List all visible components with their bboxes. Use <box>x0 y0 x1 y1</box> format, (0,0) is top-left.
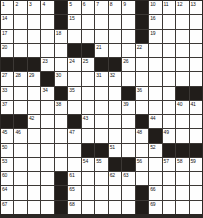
clue-number-43: 43 <box>83 115 88 121</box>
clue-number-63: 63 <box>123 172 128 178</box>
black-cell-r7c5 <box>55 87 67 100</box>
black-cell-r5c8 <box>95 58 107 71</box>
cell-r4c13[interactable] <box>163 44 175 57</box>
clue-number-48: 48 <box>137 129 142 135</box>
clue-number-18: 18 <box>56 30 61 36</box>
cell-r10c1[interactable]: 45 <box>1 129 13 142</box>
clue-number-50: 50 <box>2 144 7 150</box>
cell-r6c11[interactable] <box>136 72 148 85</box>
clue-number-19: 19 <box>150 30 155 36</box>
black-cell-r1c11 <box>136 1 148 14</box>
black-cell-r7c15 <box>190 87 202 100</box>
cell-r10c6[interactable]: 47 <box>68 129 80 142</box>
cell-r5c12[interactable] <box>149 58 161 71</box>
crossword-grid: 1234567891011121314151617181920212223242… <box>0 0 203 218</box>
cell-r12c1[interactable]: 53 <box>1 158 13 171</box>
clue-number-8: 8 <box>110 1 113 7</box>
cell-r12c14[interactable]: 58 <box>176 158 188 171</box>
cell-r4c11[interactable]: 22 <box>136 44 148 57</box>
cell-r8c10[interactable]: 39 <box>122 101 134 114</box>
cell-r2c8[interactable] <box>95 15 107 28</box>
cell-r3c10[interactable] <box>122 30 134 43</box>
black-cell-r9c2 <box>14 115 26 128</box>
cell-r2c1[interactable]: 14 <box>1 15 13 28</box>
cell-r2c10[interactable] <box>122 15 134 28</box>
cell-r8c1[interactable]: 37 <box>1 101 13 114</box>
cell-r4c5[interactable] <box>55 44 67 57</box>
cell-r14c15[interactable] <box>190 186 202 199</box>
cell-r5c15[interactable] <box>190 58 202 71</box>
cell-r6c5[interactable]: 30 <box>55 72 67 85</box>
clue-number-65: 65 <box>69 186 74 192</box>
cell-r12c7[interactable]: 54 <box>82 158 94 171</box>
black-cell-r15c5 <box>55 201 67 214</box>
cell-r5c13[interactable] <box>163 58 175 71</box>
clue-number-25: 25 <box>83 58 88 64</box>
cell-r11c10[interactable] <box>122 144 134 157</box>
clue-number-29: 29 <box>29 72 34 78</box>
black-cell-r5c3 <box>28 58 40 71</box>
clue-number-57: 57 <box>164 158 169 164</box>
cell-r13c11[interactable] <box>136 172 148 185</box>
cell-r10c13[interactable]: 49 <box>163 129 175 142</box>
black-cell-r12c9 <box>109 158 121 171</box>
cell-r9c9[interactable] <box>109 115 121 128</box>
black-cell-r5c1 <box>1 58 13 71</box>
cell-r1c2[interactable]: 2 <box>14 1 26 14</box>
clue-number-69: 69 <box>150 201 155 207</box>
cell-r13c10[interactable]: 63 <box>122 172 134 185</box>
cell-r9c10[interactable] <box>122 115 134 128</box>
cell-r15c6[interactable]: 68 <box>68 201 80 214</box>
cell-r7c6[interactable]: 35 <box>68 87 80 100</box>
cell-r4c1[interactable]: 20 <box>1 44 13 57</box>
clue-number-21: 21 <box>96 44 101 50</box>
clue-number-36: 36 <box>137 87 142 93</box>
black-cell-r12c10 <box>122 158 134 171</box>
clue-number-61: 61 <box>69 172 74 178</box>
cell-r13c4[interactable] <box>41 172 53 185</box>
clue-number-27: 27 <box>2 72 7 78</box>
cell-r14c6[interactable]: 65 <box>68 186 80 199</box>
clue-number-68: 68 <box>69 201 74 207</box>
cell-r14c3[interactable] <box>28 186 40 199</box>
black-cell-r5c9 <box>109 58 121 71</box>
clue-number-35: 35 <box>69 87 74 93</box>
cell-r11c4[interactable] <box>41 144 53 157</box>
cell-r13c13[interactable] <box>163 172 175 185</box>
cell-r1c10[interactable]: 9 <box>122 1 134 14</box>
cell-r8c12[interactable] <box>149 101 161 114</box>
clue-number-16: 16 <box>150 15 155 21</box>
clue-number-33: 33 <box>2 87 7 93</box>
cell-r3c4[interactable] <box>41 30 53 43</box>
cell-r14c12[interactable]: 66 <box>149 186 161 199</box>
clue-number-56: 56 <box>137 158 142 164</box>
cell-r14c13[interactable] <box>163 186 175 199</box>
clue-number-47: 47 <box>69 129 74 135</box>
cell-r15c15[interactable] <box>190 201 202 214</box>
clue-number-15: 15 <box>69 15 74 21</box>
cell-r13c3[interactable] <box>28 172 40 185</box>
clue-number-1: 1 <box>2 1 5 7</box>
cell-r6c1[interactable]: 27 <box>1 72 13 85</box>
black-cell-r14c11 <box>136 186 148 199</box>
black-cell-r11c14 <box>176 144 188 157</box>
cell-r3c7[interactable] <box>82 30 94 43</box>
cell-r3c1[interactable]: 17 <box>1 30 13 43</box>
cell-r2c7[interactable] <box>82 15 94 28</box>
cell-r13c6[interactable]: 61 <box>68 172 80 185</box>
clue-number-60: 60 <box>2 172 7 178</box>
cell-r8c6[interactable] <box>68 101 80 114</box>
clue-number-12: 12 <box>177 1 182 7</box>
cell-r6c6[interactable] <box>68 72 80 85</box>
cell-r3c9[interactable] <box>109 30 121 43</box>
cell-r11c5[interactable] <box>55 144 67 157</box>
clue-number-10: 10 <box>150 1 155 7</box>
cell-r6c2[interactable]: 28 <box>14 72 26 85</box>
cell-r13c7[interactable] <box>82 172 94 185</box>
clue-number-4: 4 <box>42 1 45 7</box>
cell-r3c13[interactable] <box>163 30 175 43</box>
cell-r14c14[interactable] <box>176 186 188 199</box>
cell-r9c8[interactable] <box>95 115 107 128</box>
cell-r9c3[interactable]: 42 <box>28 115 40 128</box>
cell-r7c13[interactable] <box>163 87 175 100</box>
cell-r9c7[interactable]: 43 <box>82 115 94 128</box>
black-cell-r9c1 <box>1 115 13 128</box>
cell-r3c2[interactable] <box>14 30 26 43</box>
cell-r14c4[interactable] <box>41 186 53 199</box>
cell-r11c6[interactable] <box>68 144 80 157</box>
cell-r2c9[interactable] <box>109 15 121 28</box>
clue-number-62: 62 <box>110 172 115 178</box>
cell-r8c8[interactable] <box>95 101 107 114</box>
cell-r6c3[interactable]: 29 <box>28 72 40 85</box>
black-cell-r3c11 <box>136 30 148 43</box>
cell-r7c4[interactable]: 34 <box>41 87 53 100</box>
cell-r15c14[interactable] <box>176 201 188 214</box>
clue-number-5: 5 <box>69 1 72 7</box>
black-cell-r15c11 <box>136 201 148 214</box>
clue-number-44: 44 <box>150 115 155 121</box>
cell-r8c3[interactable] <box>28 101 40 114</box>
clue-number-23: 23 <box>42 58 47 64</box>
cell-r13c1[interactable]: 60 <box>1 172 13 185</box>
cell-r4c9[interactable] <box>109 44 121 57</box>
cell-r7c7[interactable] <box>82 87 94 100</box>
cell-r10c10[interactable] <box>122 129 134 142</box>
cell-r1c6[interactable]: 5 <box>68 1 80 14</box>
clue-number-14: 14 <box>2 15 7 21</box>
cell-r9c12[interactable]: 44 <box>149 115 161 128</box>
cell-r14c2[interactable] <box>14 186 26 199</box>
cell-r6c15[interactable] <box>190 72 202 85</box>
cell-r13c2[interactable] <box>14 172 26 185</box>
cell-r4c8[interactable]: 21 <box>95 44 107 57</box>
cell-r8c15[interactable]: 41 <box>190 101 202 114</box>
cell-r11c9[interactable]: 51 <box>109 144 121 157</box>
clue-number-7: 7 <box>96 1 99 7</box>
black-cell-r1c5 <box>55 1 67 14</box>
black-cell-r11c8 <box>95 144 107 157</box>
clue-number-28: 28 <box>15 72 20 78</box>
cell-r1c8[interactable]: 7 <box>95 1 107 14</box>
cell-r6c9[interactable]: 32 <box>109 72 121 85</box>
cell-r2c13[interactable] <box>163 15 175 28</box>
cell-r6c14[interactable] <box>176 72 188 85</box>
clue-number-49: 49 <box>164 129 169 135</box>
clue-number-58: 58 <box>177 158 182 164</box>
clue-number-30: 30 <box>56 72 61 78</box>
cell-r5c6[interactable]: 24 <box>68 58 80 71</box>
clue-number-66: 66 <box>150 186 155 192</box>
cell-r1c15[interactable]: 13 <box>190 1 202 14</box>
cell-r9c4[interactable] <box>41 115 53 128</box>
clue-number-32: 32 <box>110 72 115 78</box>
cell-r1c14[interactable]: 12 <box>176 1 188 14</box>
cell-r7c3[interactable] <box>28 87 40 100</box>
cell-r6c10[interactable] <box>122 72 134 85</box>
cell-r7c2[interactable] <box>14 87 26 100</box>
cell-r14c7[interactable] <box>82 186 94 199</box>
clue-number-17: 17 <box>2 30 7 36</box>
cell-r3c6[interactable] <box>68 30 80 43</box>
clue-number-45: 45 <box>2 129 7 135</box>
cell-r10c14[interactable] <box>176 129 188 142</box>
cell-r15c3[interactable] <box>28 201 40 214</box>
clue-number-51: 51 <box>110 144 115 150</box>
cell-r3c14[interactable] <box>176 30 188 43</box>
black-cell-r7c10 <box>122 87 134 100</box>
black-cell-r14c5 <box>55 186 67 199</box>
cell-r15c4[interactable] <box>41 201 53 214</box>
cell-r11c2[interactable] <box>14 144 26 157</box>
cell-r3c15[interactable] <box>190 30 202 43</box>
cell-r14c9[interactable] <box>109 186 121 199</box>
cell-r6c7[interactable] <box>82 72 94 85</box>
cell-r7c1[interactable]: 33 <box>1 87 13 100</box>
clue-number-53: 53 <box>2 158 7 164</box>
cell-r5c5[interactable] <box>55 58 67 71</box>
cell-r15c1[interactable]: 67 <box>1 201 13 214</box>
cell-r12c15[interactable]: 59 <box>190 158 202 171</box>
clue-number-54: 54 <box>83 158 88 164</box>
cell-r8c13[interactable] <box>163 101 175 114</box>
cell-r3c3[interactable] <box>28 30 40 43</box>
cell-r10c15[interactable] <box>190 129 202 142</box>
cell-r13c9[interactable]: 62 <box>109 172 121 185</box>
black-cell-r9c6 <box>68 115 80 128</box>
clue-number-39: 39 <box>123 101 128 107</box>
black-cell-r4c6 <box>68 44 80 57</box>
black-cell-r10c12 <box>149 129 161 142</box>
cell-r4c14[interactable] <box>176 44 188 57</box>
clue-number-42: 42 <box>29 115 34 121</box>
cell-r10c4[interactable] <box>41 129 53 142</box>
cell-r7c12[interactable] <box>149 87 161 100</box>
cell-r13c14[interactable] <box>176 172 188 185</box>
cell-r5c14[interactable] <box>176 58 188 71</box>
cell-r3c8[interactable] <box>95 30 107 43</box>
cell-r5c10[interactable]: 26 <box>122 58 134 71</box>
cell-r15c7[interactable] <box>82 201 94 214</box>
cell-r2c12[interactable]: 16 <box>149 15 161 28</box>
cell-r13c8[interactable] <box>95 172 107 185</box>
black-cell-r6c4 <box>41 72 53 85</box>
cell-r15c12[interactable]: 69 <box>149 201 161 214</box>
clue-number-67: 67 <box>2 201 7 207</box>
cell-r8c5[interactable]: 38 <box>55 101 67 114</box>
cell-r1c4[interactable]: 4 <box>41 1 53 14</box>
cell-r11c12[interactable]: 52 <box>149 144 161 157</box>
clue-number-13: 13 <box>191 1 196 7</box>
cell-r10c3[interactable] <box>28 129 40 142</box>
black-cell-r2c11 <box>136 15 148 28</box>
cell-r15c10[interactable] <box>122 201 134 214</box>
clue-number-40: 40 <box>177 101 182 107</box>
clue-number-52: 52 <box>150 144 155 150</box>
cell-r13c15[interactable] <box>190 172 202 185</box>
cell-r11c3[interactable] <box>28 144 40 157</box>
clue-number-24: 24 <box>69 58 74 64</box>
black-cell-r11c7 <box>82 144 94 157</box>
black-cell-r2c5 <box>55 15 67 28</box>
black-cell-r9c11 <box>136 115 148 128</box>
cell-r1c3[interactable]: 3 <box>28 1 40 14</box>
cell-r12c11[interactable]: 56 <box>136 158 148 171</box>
clue-number-34: 34 <box>42 87 47 93</box>
cell-r2c3[interactable] <box>28 15 40 28</box>
cell-r13c12[interactable] <box>149 172 161 185</box>
cell-r14c8[interactable] <box>95 186 107 199</box>
cell-r12c13[interactable]: 57 <box>163 158 175 171</box>
clue-number-26: 26 <box>123 58 128 64</box>
cell-r4c15[interactable] <box>190 44 202 57</box>
cell-r10c7[interactable] <box>82 129 94 142</box>
cell-r4c3[interactable] <box>28 44 40 57</box>
cell-r9c14[interactable] <box>176 115 188 128</box>
black-cell-r11c13 <box>163 144 175 157</box>
cell-r4c12[interactable] <box>149 44 161 57</box>
cell-r8c7[interactable] <box>82 101 94 114</box>
cell-r12c6[interactable] <box>68 158 80 171</box>
cell-r3c12[interactable]: 19 <box>149 30 161 43</box>
cell-r1c7[interactable]: 6 <box>82 1 94 14</box>
clue-number-3: 3 <box>29 1 32 7</box>
cell-r6c8[interactable]: 31 <box>95 72 107 85</box>
cell-r11c11[interactable] <box>136 144 148 157</box>
cell-r10c5[interactable] <box>55 129 67 142</box>
cell-r15c2[interactable] <box>14 201 26 214</box>
clue-number-59: 59 <box>191 158 196 164</box>
cell-r1c12[interactable]: 10 <box>149 1 161 14</box>
cell-r12c12[interactable] <box>149 158 161 171</box>
cell-r14c10[interactable] <box>122 186 134 199</box>
clue-number-22: 22 <box>137 44 142 50</box>
cell-r12c4[interactable] <box>41 158 53 171</box>
cell-r2c2[interactable] <box>14 15 26 28</box>
black-cell-r5c2 <box>14 58 26 71</box>
cell-r4c10[interactable] <box>122 44 134 57</box>
clue-number-46: 46 <box>15 129 20 135</box>
cell-r9c13[interactable] <box>163 115 175 128</box>
cell-r9c15[interactable] <box>190 115 202 128</box>
cell-r8c11[interactable] <box>136 101 148 114</box>
black-cell-r4c7 <box>82 44 94 57</box>
clue-number-11: 11 <box>164 1 169 7</box>
black-cell-r13c5 <box>55 172 67 185</box>
cell-r10c2[interactable]: 46 <box>14 129 26 142</box>
cell-r10c8[interactable] <box>95 129 107 142</box>
cell-r5c4[interactable]: 23 <box>41 58 53 71</box>
clue-number-64: 64 <box>2 186 7 192</box>
cell-r3c5[interactable]: 18 <box>55 30 67 43</box>
cell-r8c4[interactable] <box>41 101 53 114</box>
cell-r10c9[interactable] <box>109 129 121 142</box>
cell-r15c13[interactable] <box>163 201 175 214</box>
cell-r8c2[interactable] <box>14 101 26 114</box>
cell-r1c1[interactable]: 1 <box>1 1 13 14</box>
cell-r7c11[interactable]: 36 <box>136 87 148 100</box>
clue-number-6: 6 <box>83 1 86 7</box>
clue-number-9: 9 <box>123 1 126 7</box>
cell-r2c6[interactable]: 15 <box>68 15 80 28</box>
cell-r2c15[interactable] <box>190 15 202 28</box>
cell-r7c9[interactable] <box>109 87 121 100</box>
cell-r9c5[interactable] <box>55 115 67 128</box>
cell-r15c8[interactable] <box>95 201 107 214</box>
cell-r12c5[interactable] <box>55 158 67 171</box>
cell-r5c7[interactable]: 25 <box>82 58 94 71</box>
cell-r1c9[interactable]: 8 <box>109 1 121 14</box>
clue-number-20: 20 <box>2 44 7 50</box>
cell-r1c13[interactable]: 11 <box>163 1 175 14</box>
cell-r12c2[interactable] <box>14 158 26 171</box>
clue-number-31: 31 <box>96 72 101 78</box>
cell-r5c11[interactable] <box>136 58 148 71</box>
cell-r6c13[interactable] <box>163 72 175 85</box>
clue-number-41: 41 <box>191 101 196 107</box>
cell-r12c8[interactable]: 55 <box>95 158 107 171</box>
clue-number-55: 55 <box>96 158 101 164</box>
cell-r8c14[interactable]: 40 <box>176 101 188 114</box>
cell-r2c14[interactable] <box>176 15 188 28</box>
cell-r11c1[interactable]: 50 <box>1 144 13 157</box>
cell-r12c3[interactable] <box>28 158 40 171</box>
cell-r6c12[interactable] <box>149 72 161 85</box>
cell-r10c11[interactable]: 48 <box>136 129 148 142</box>
cell-r4c4[interactable] <box>41 44 53 57</box>
clue-number-38: 38 <box>56 101 61 107</box>
cell-r14c1[interactable]: 64 <box>1 186 13 199</box>
cell-r4c2[interactable] <box>14 44 26 57</box>
black-cell-r7c14 <box>176 87 188 100</box>
cell-r2c4[interactable] <box>41 15 53 28</box>
clue-number-2: 2 <box>15 1 18 7</box>
cell-r7c8[interactable] <box>95 87 107 100</box>
black-cell-r11c15 <box>190 144 202 157</box>
cell-r15c9[interactable] <box>109 201 121 214</box>
clue-number-37: 37 <box>2 101 7 107</box>
cell-r8c9[interactable] <box>109 101 121 114</box>
